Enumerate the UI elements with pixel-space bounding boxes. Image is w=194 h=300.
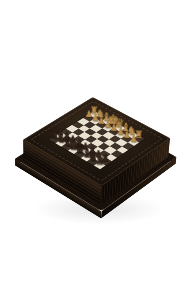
product-photo: ♜♞♝♚♛♝♞♜♟♟♟♟♟♟♟♟♟♟♟♟♟♟♟♟♜♞♝♚♛♝♞♜ bbox=[0, 0, 194, 300]
board-square: ♜ bbox=[93, 161, 105, 169]
chess-box: ♜♞♝♚♛♝♞♜♟♟♟♟♟♟♟♟♟♟♟♟♟♟♟♟♜♞♝♚♛♝♞♜ bbox=[23, 97, 170, 186]
white-pawn: ♟ bbox=[129, 134, 137, 143]
black-rook: ♜ bbox=[95, 156, 105, 167]
board-square bbox=[103, 139, 115, 146]
chess-board: ♜♞♝♚♛♝♞♜♟♟♟♟♟♟♟♟♟♟♟♟♟♟♟♟♜♞♝♚♛♝♞♜ bbox=[49, 111, 145, 169]
scene: ♜♞♝♚♛♝♞♜♟♟♟♟♟♟♟♟♟♟♟♟♟♟♟♟♜♞♝♚♛♝♞♜ bbox=[0, 0, 194, 300]
